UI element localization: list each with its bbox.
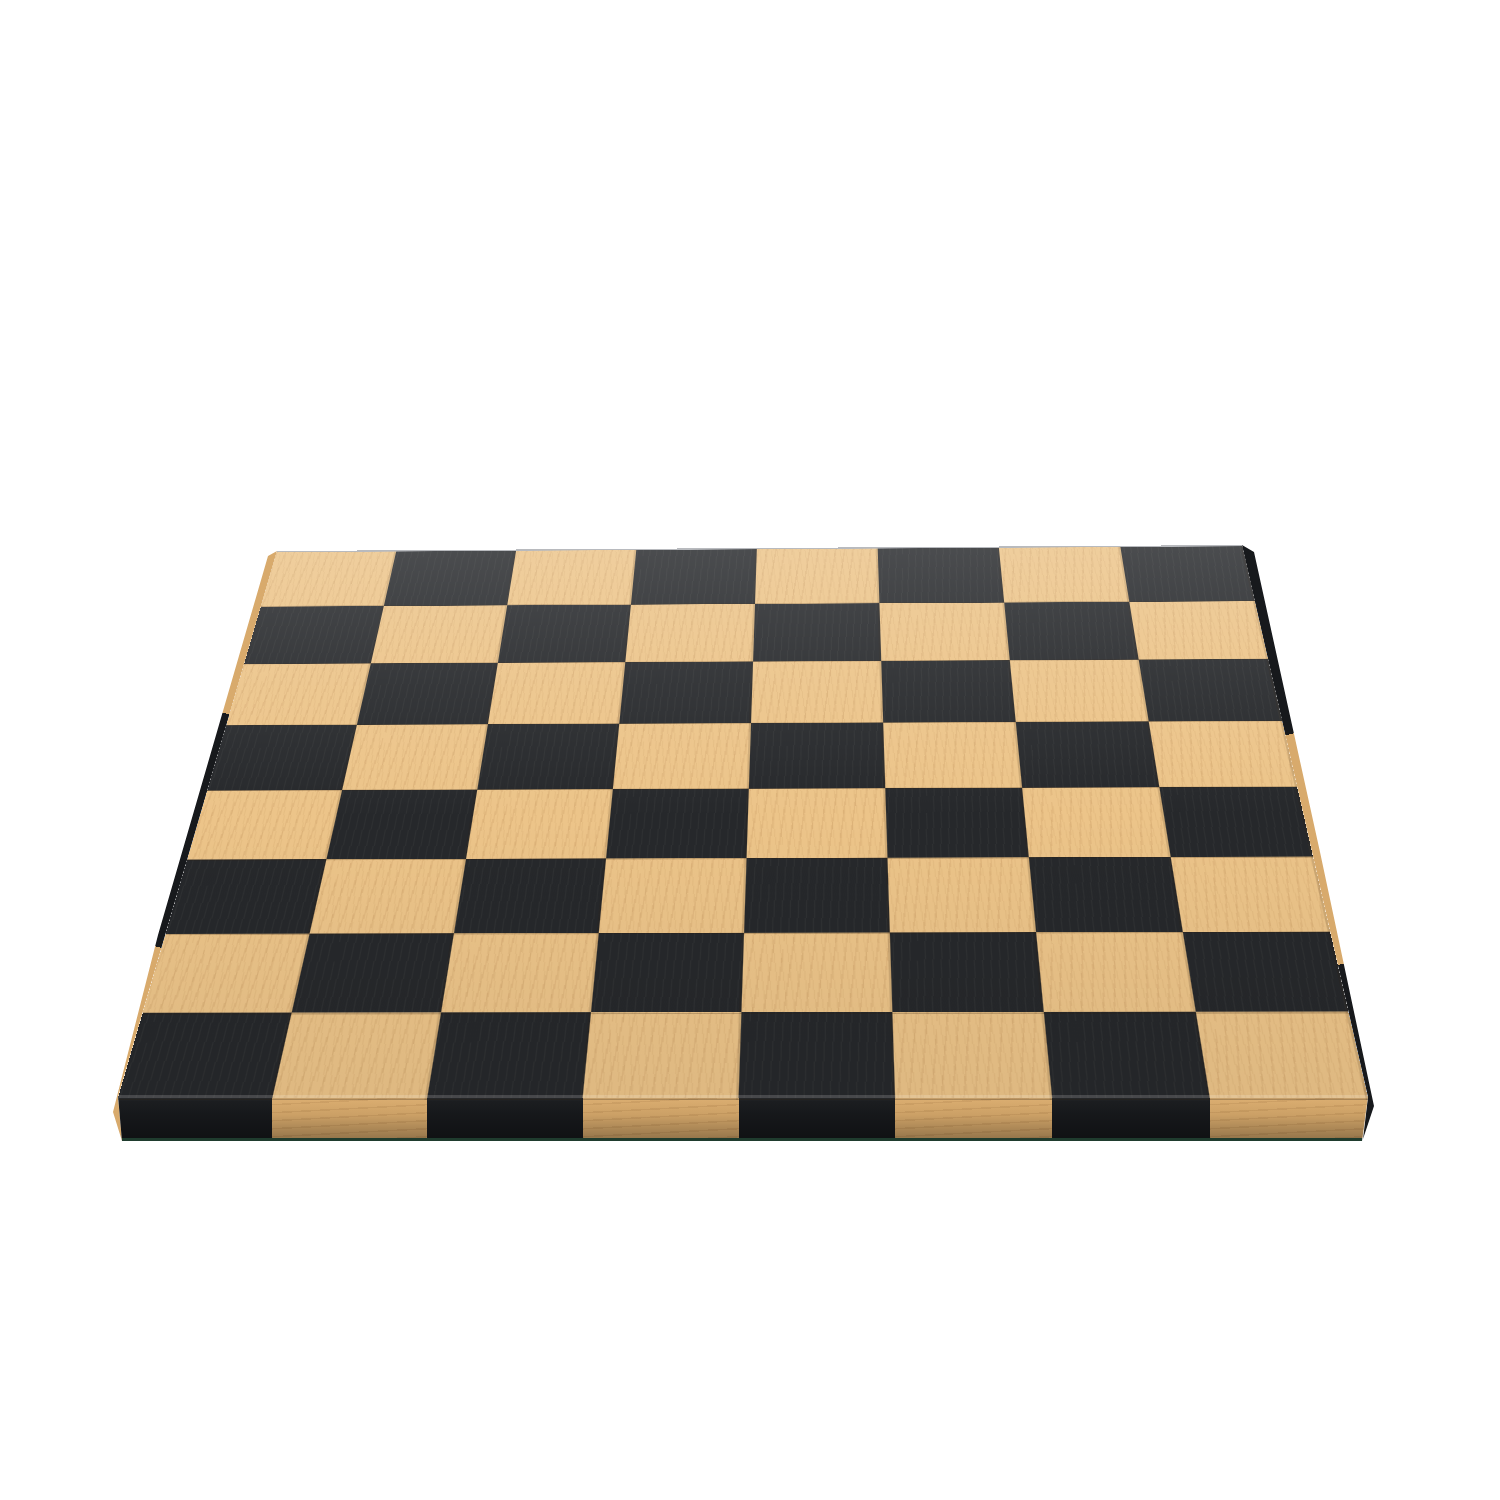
square-b4 [326,789,477,859]
square-a4 [187,790,342,860]
front-edge-segment-d1 [583,1096,739,1138]
square-e5 [749,722,885,788]
felt-base-strip [118,1138,1368,1141]
front-edge-segment-g1 [1052,1096,1210,1138]
square-g2 [1036,932,1196,1012]
square-h4 [1159,786,1313,856]
square-a7 [244,606,384,664]
board-front-edge [118,1096,1368,1141]
square-g3 [1029,857,1183,932]
square-d3 [599,858,747,933]
front-edge-segment-c1 [427,1096,582,1138]
square-f4 [885,787,1029,857]
front-edge-segment-b1 [272,1096,427,1138]
square-a3 [166,859,327,933]
square-e2 [741,932,892,1012]
square-e1 [739,1012,896,1098]
square-c1 [427,1012,591,1097]
square-d8 [631,549,757,604]
square-c3 [454,858,606,933]
square-h8 [1120,546,1254,601]
square-g7 [1004,602,1139,661]
square-f1 [892,1012,1052,1098]
square-b7 [371,605,507,663]
square-f3 [887,857,1036,932]
square-b3 [310,859,466,934]
square-c5 [477,724,619,790]
square-b1 [272,1013,441,1098]
square-d2 [591,933,744,1013]
square-a5 [207,725,356,791]
square-f5 [883,722,1022,788]
square-d1 [583,1012,742,1098]
square-b5 [342,724,488,790]
square-d6 [619,662,753,724]
square-h2 [1183,931,1349,1011]
square-a8 [261,552,396,607]
front-edge-segment-f1 [895,1096,1052,1138]
square-a6 [226,664,370,726]
square-e8 [755,549,879,604]
square-h1 [1196,1012,1368,1098]
square-b8 [384,551,516,606]
product-photo-canvas [0,0,1500,1500]
square-a1 [118,1013,292,1098]
square-d7 [625,604,755,662]
square-b6 [357,663,498,725]
square-e6 [751,661,883,723]
square-c2 [441,933,599,1013]
square-g1 [1044,1012,1210,1098]
square-e4 [747,788,888,858]
square-h3 [1171,857,1330,932]
square-g6 [1010,660,1149,722]
square-h7 [1129,601,1268,660]
square-a2 [143,933,310,1013]
square-d5 [613,723,751,789]
square-c7 [498,605,631,663]
square-f2 [890,932,1044,1012]
front-edge-segment-a1 [118,1096,272,1138]
square-c8 [507,550,636,605]
square-c6 [488,662,625,724]
front-edge-segment-h1 [1210,1096,1368,1138]
front-edge-segment-e1 [739,1096,896,1138]
square-g4 [1022,787,1171,857]
square-b2 [292,933,454,1013]
square-e3 [744,858,890,933]
square-c4 [466,789,613,859]
square-f8 [878,548,1004,603]
square-f7 [879,602,1009,661]
square-h6 [1139,659,1282,721]
square-f6 [881,660,1015,722]
square-h5 [1149,721,1297,787]
square-e7 [753,603,881,662]
square-g5 [1016,721,1160,787]
chessboard [118,545,1368,1098]
square-g8 [999,547,1129,602]
square-d4 [606,788,749,858]
